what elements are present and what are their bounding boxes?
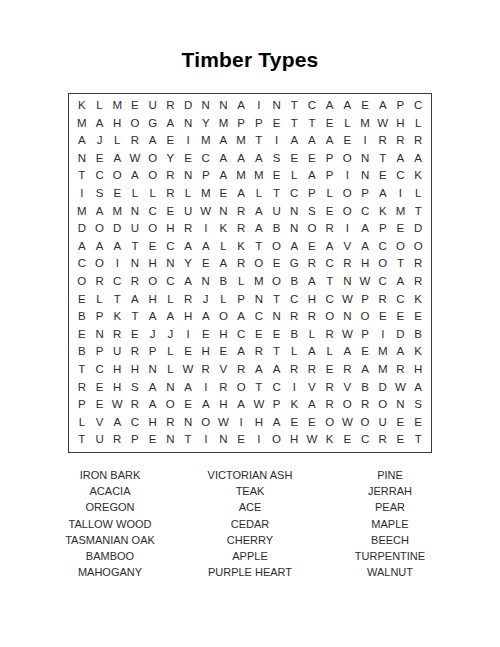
grid-cell-r11c3: C: [108, 273, 126, 291]
grid-cell-r14c20: B: [409, 326, 427, 344]
grid-cell-r7c1: M: [73, 203, 91, 221]
grid-cell-r14c10: C: [232, 326, 250, 344]
grid-cell-r12c16: W: [339, 291, 357, 309]
grid-cell-r4c5: O: [144, 150, 162, 168]
grid-cell-r11c11: M: [250, 273, 268, 291]
grid-cell-r19c3: A: [108, 414, 126, 432]
grid-cell-r11c2: R: [91, 273, 109, 291]
grid-cell-r15c13: L: [285, 343, 303, 361]
grid-cell-r5c16: I: [339, 167, 357, 185]
grid-cell-r6c10: A: [232, 185, 250, 203]
word-item: BEECH: [320, 532, 460, 548]
puzzle-title: Timber Types: [0, 48, 500, 72]
grid-cell-r14c15: R: [321, 326, 339, 344]
grid-cell-r13c5: A: [144, 308, 162, 326]
grid-cell-r2c14: T: [303, 115, 321, 133]
word-item: WALNUT: [320, 564, 460, 580]
grid-cell-r4c1: N: [73, 150, 91, 168]
grid-cell-r7c3: M: [108, 203, 126, 221]
grid-cell-r18c10: A: [232, 396, 250, 414]
grid-cell-r20c12: O: [268, 431, 286, 449]
grid-cell-r12c8: J: [197, 291, 215, 309]
grid-cell-r17c10: O: [232, 379, 250, 397]
grid-cell-r18c5: A: [144, 396, 162, 414]
grid-cell-r13c20: E: [409, 308, 427, 326]
grid-cell-r13c1: B: [73, 308, 91, 326]
grid-cell-r7c17: C: [356, 203, 374, 221]
grid-cell-r10c14: R: [303, 255, 321, 273]
grid-cell-r16c8: R: [197, 361, 215, 379]
grid-cell-r19c4: C: [126, 414, 144, 432]
grid-cell-r3c12: I: [268, 132, 286, 150]
grid-cell-r4c11: A: [250, 150, 268, 168]
grid-cell-r17c17: B: [356, 379, 374, 397]
grid-cell-r10c2: O: [91, 255, 109, 273]
grid-cell-r15c17: E: [356, 343, 374, 361]
grid-cell-r4c9: A: [215, 150, 233, 168]
grid-cell-r18c1: P: [73, 396, 91, 414]
grid-cell-r4c10: A: [232, 150, 250, 168]
grid-cell-r14c12: E: [268, 326, 286, 344]
grid-cell-r13c7: H: [179, 308, 197, 326]
grid-cell-r4c17: N: [356, 150, 374, 168]
grid-cell-r1c19: P: [392, 97, 410, 115]
grid-cell-r8c11: A: [250, 220, 268, 238]
grid-cell-r12c5: H: [144, 291, 162, 309]
grid-cell-r14c16: W: [339, 326, 357, 344]
grid-cell-r7c12: U: [268, 203, 286, 221]
grid-cell-r20c1: T: [73, 431, 91, 449]
grid-cell-r5c4: A: [126, 167, 144, 185]
grid-cell-r14c4: E: [126, 326, 144, 344]
grid-cell-r10c3: I: [108, 255, 126, 273]
grid-cell-r8c13: N: [285, 220, 303, 238]
grid-cell-r3c11: T: [250, 132, 268, 150]
grid-cell-r18c11: W: [250, 396, 268, 414]
grid-cell-r16c6: L: [162, 361, 180, 379]
grid-cell-r8c6: H: [162, 220, 180, 238]
grid-cell-r17c1: R: [73, 379, 91, 397]
grid-cell-r1c13: T: [285, 97, 303, 115]
word-item: BAMBOO: [40, 548, 180, 564]
grid-cell-r20c7: T: [179, 431, 197, 449]
grid-cell-r16c17: A: [356, 361, 374, 379]
word-item: TURPENTINE: [320, 548, 460, 564]
grid-cell-r4c6: Y: [162, 150, 180, 168]
grid-cell-r20c14: W: [303, 431, 321, 449]
grid-cell-r5c15: P: [321, 167, 339, 185]
grid-cell-r5c14: A: [303, 167, 321, 185]
grid-cell-r3c16: E: [339, 132, 357, 150]
grid-cell-r15c8: H: [197, 343, 215, 361]
grid-cell-r14c9: H: [215, 326, 233, 344]
grid-cell-r10c18: O: [374, 255, 392, 273]
grid-cell-r2c1: M: [73, 115, 91, 133]
grid-cell-r12c13: C: [285, 291, 303, 309]
grid-cell-r12c7: R: [179, 291, 197, 309]
grid-cell-r14c7: I: [179, 326, 197, 344]
word-item: ACACIA: [40, 483, 180, 499]
grid-cell-r15c4: R: [126, 343, 144, 361]
grid-cell-r10c16: R: [339, 255, 357, 273]
grid-cell-r20c18: R: [374, 431, 392, 449]
grid-cell-r5c10: M: [232, 167, 250, 185]
grid-cell-r18c6: O: [162, 396, 180, 414]
grid-cell-r13c12: N: [268, 308, 286, 326]
grid-cell-r18c12: P: [268, 396, 286, 414]
grid-cell-r1c9: N: [215, 97, 233, 115]
grid-cell-r3c10: M: [232, 132, 250, 150]
grid-cell-r6c1: I: [73, 185, 91, 203]
grid-cell-r6c19: I: [392, 185, 410, 203]
grid-cell-r6c3: E: [108, 185, 126, 203]
grid-cell-r19c15: O: [321, 414, 339, 432]
word-item: TALLOW WOOD: [40, 516, 180, 532]
word-item: IRON BARK: [40, 467, 180, 483]
grid-cell-r12c20: K: [409, 291, 427, 309]
grid-cell-r10c11: O: [250, 255, 268, 273]
grid-cell-r18c15: R: [321, 396, 339, 414]
grid-cell-r15c10: A: [232, 343, 250, 361]
grid-cell-r9c3: A: [108, 238, 126, 256]
grid-cell-r15c3: U: [108, 343, 126, 361]
grid-cell-r13c14: R: [303, 308, 321, 326]
grid-cell-r16c3: H: [108, 361, 126, 379]
grid-cell-r4c3: A: [108, 150, 126, 168]
grid-cell-r16c13: R: [285, 361, 303, 379]
grid-cell-r5c2: C: [91, 167, 109, 185]
grid-cell-r5c13: L: [285, 167, 303, 185]
grid-cell-r15c18: M: [374, 343, 392, 361]
grid-cell-r11c17: W: [356, 273, 374, 291]
grid-cell-r8c9: K: [215, 220, 233, 238]
word-item: APPLE: [180, 548, 320, 564]
grid-cell-r3c20: R: [409, 132, 427, 150]
letter-grid: KLMEURDNNAINTCAAEAPCMAHOGANYMPPETTELMWHL…: [69, 94, 431, 452]
grid-cell-r9c17: A: [356, 238, 374, 256]
grid-cell-r3c1: A: [73, 132, 91, 150]
grid-cell-r2c13: T: [285, 115, 303, 133]
grid-cell-r6c7: L: [179, 185, 197, 203]
grid-cell-r3c18: R: [374, 132, 392, 150]
grid-cell-r7c15: E: [321, 203, 339, 221]
grid-cell-r9c12: O: [268, 238, 286, 256]
grid-cell-r2c20: L: [409, 115, 427, 133]
grid-cell-r17c7: A: [179, 379, 197, 397]
grid-cell-r11c14: A: [303, 273, 321, 291]
grid-cell-r20c19: E: [392, 431, 410, 449]
grid-cell-r15c20: K: [409, 343, 427, 361]
grid-cell-r20c13: H: [285, 431, 303, 449]
grid-cell-r8c8: I: [197, 220, 215, 238]
grid-cell-r15c16: A: [339, 343, 357, 361]
grid-cell-r17c6: N: [162, 379, 180, 397]
grid-cell-r6c15: L: [321, 185, 339, 203]
grid-cell-r13c8: A: [197, 308, 215, 326]
grid-cell-r16c20: H: [409, 361, 427, 379]
word-item: OREGON: [40, 499, 180, 515]
grid-cell-r9c13: A: [285, 238, 303, 256]
grid-cell-r16c11: A: [250, 361, 268, 379]
grid-cell-r19c6: R: [162, 414, 180, 432]
grid-cell-r19c18: U: [374, 414, 392, 432]
grid-cell-r20c15: K: [321, 431, 339, 449]
grid-cell-r19c12: A: [268, 414, 286, 432]
grid-cell-r20c11: I: [250, 431, 268, 449]
grid-cell-r4c7: E: [179, 150, 197, 168]
grid-cell-r8c5: O: [144, 220, 162, 238]
grid-cell-r8c3: D: [108, 220, 126, 238]
grid-cell-r11c19: A: [392, 273, 410, 291]
grid-cell-r14c1: E: [73, 326, 91, 344]
grid-cell-r9c2: A: [91, 238, 109, 256]
grid-cell-r1c20: C: [409, 97, 427, 115]
grid-cell-r1c18: A: [374, 97, 392, 115]
grid-cell-r2c11: P: [250, 115, 268, 133]
grid-cell-r19c8: O: [197, 414, 215, 432]
grid-cell-r17c20: A: [409, 379, 427, 397]
grid-cell-r17c11: T: [250, 379, 268, 397]
grid-cell-r15c7: E: [179, 343, 197, 361]
grid-cell-r6c5: L: [144, 185, 162, 203]
grid-cell-r11c16: N: [339, 273, 357, 291]
grid-cell-r17c3: H: [108, 379, 126, 397]
grid-cell-r17c18: D: [374, 379, 392, 397]
grid-cell-r11c20: R: [409, 273, 427, 291]
grid-cell-r7c9: N: [215, 203, 233, 221]
grid-cell-r9c7: A: [179, 238, 197, 256]
grid-cell-r12c18: R: [374, 291, 392, 309]
grid-cell-r11c10: L: [232, 273, 250, 291]
grid-cell-r2c18: W: [374, 115, 392, 133]
grid-cell-r7c19: M: [392, 203, 410, 221]
grid-cell-r7c13: N: [285, 203, 303, 221]
grid-cell-r12c17: P: [356, 291, 374, 309]
grid-cell-r6c11: L: [250, 185, 268, 203]
grid-cell-r7c7: U: [179, 203, 197, 221]
grid-cell-r20c8: I: [197, 431, 215, 449]
grid-cell-r8c20: D: [409, 220, 427, 238]
grid-cell-r7c10: R: [232, 203, 250, 221]
word-item: MAPLE: [320, 516, 460, 532]
grid-cell-r16c4: H: [126, 361, 144, 379]
grid-cell-r16c9: V: [215, 361, 233, 379]
grid-cell-r14c6: J: [162, 326, 180, 344]
grid-cell-r1c12: N: [268, 97, 286, 115]
grid-cell-r16c12: A: [268, 361, 286, 379]
grid-cell-r3c7: I: [179, 132, 197, 150]
grid-cell-r11c9: B: [215, 273, 233, 291]
grid-cell-r9c1: A: [73, 238, 91, 256]
grid-cell-r13c19: E: [392, 308, 410, 326]
grid-cell-r1c2: L: [91, 97, 109, 115]
grid-cell-r5c6: R: [162, 167, 180, 185]
grid-cell-r9c19: O: [392, 238, 410, 256]
grid-cell-r4c8: C: [197, 150, 215, 168]
grid-cell-r4c12: S: [268, 150, 286, 168]
grid-cell-r2c2: A: [91, 115, 109, 133]
grid-cell-r18c17: R: [356, 396, 374, 414]
grid-cell-r13c17: O: [356, 308, 374, 326]
grid-cell-r11c5: O: [144, 273, 162, 291]
grid-cell-r8c1: D: [73, 220, 91, 238]
grid-cell-r12c6: L: [162, 291, 180, 309]
grid-cell-r17c12: C: [268, 379, 286, 397]
word-item: TASMANIAN OAK: [40, 532, 180, 548]
grid-cell-r9c10: K: [232, 238, 250, 256]
grid-cell-r10c13: G: [285, 255, 303, 273]
grid-cell-r5c5: O: [144, 167, 162, 185]
grid-cell-r8c2: O: [91, 220, 109, 238]
grid-cell-r18c7: E: [179, 396, 197, 414]
grid-cell-r17c9: R: [215, 379, 233, 397]
grid-cell-r4c14: E: [303, 150, 321, 168]
grid-cell-r2c17: M: [356, 115, 374, 133]
grid-cell-r11c13: B: [285, 273, 303, 291]
letter-grid-border: KLMEURDNNAINTCAAEAPCMAHOGANYMPPETTELMWHL…: [68, 93, 432, 453]
grid-cell-r8c14: O: [303, 220, 321, 238]
grid-cell-r20c6: N: [162, 431, 180, 449]
grid-cell-r8c15: R: [321, 220, 339, 238]
grid-cell-r14c17: P: [356, 326, 374, 344]
grid-cell-r11c18: C: [374, 273, 392, 291]
grid-cell-r17c19: W: [392, 379, 410, 397]
grid-cell-r6c6: R: [162, 185, 180, 203]
grid-cell-r3c13: A: [285, 132, 303, 150]
grid-cell-r6c14: P: [303, 185, 321, 203]
grid-cell-r5c17: N: [356, 167, 374, 185]
grid-cell-r11c6: C: [162, 273, 180, 291]
grid-cell-r3c9: A: [215, 132, 233, 150]
grid-cell-r16c2: C: [91, 361, 109, 379]
grid-cell-r10c19: T: [392, 255, 410, 273]
grid-cell-r5c3: O: [108, 167, 126, 185]
grid-cell-r9c16: V: [339, 238, 357, 256]
grid-cell-r17c16: V: [339, 379, 357, 397]
grid-cell-r9c5: E: [144, 238, 162, 256]
grid-cell-r14c3: R: [108, 326, 126, 344]
grid-cell-r2c15: E: [321, 115, 339, 133]
grid-cell-r1c17: E: [356, 97, 374, 115]
grid-cell-r4c20: A: [409, 150, 427, 168]
grid-cell-r20c10: E: [232, 431, 250, 449]
grid-cell-r20c4: P: [126, 431, 144, 449]
grid-cell-r18c4: R: [126, 396, 144, 414]
grid-cell-r11c1: O: [73, 273, 91, 291]
grid-cell-r7c8: W: [197, 203, 215, 221]
grid-cell-r6c13: C: [285, 185, 303, 203]
grid-cell-r11c12: O: [268, 273, 286, 291]
word-item: VICTORIAN ASH: [180, 467, 320, 483]
grid-cell-r15c12: T: [268, 343, 286, 361]
grid-cell-r19c19: E: [392, 414, 410, 432]
grid-cell-r2c16: L: [339, 115, 357, 133]
grid-cell-r2c9: M: [215, 115, 233, 133]
word-list-column-3: PINEJERRAHPEARMAPLEBEECHTURPENTINEWALNUT: [320, 467, 460, 580]
grid-cell-r2c3: H: [108, 115, 126, 133]
grid-cell-r19c10: I: [232, 414, 250, 432]
grid-cell-r11c4: R: [126, 273, 144, 291]
grid-cell-r6c12: T: [268, 185, 286, 203]
grid-cell-r3c3: L: [108, 132, 126, 150]
grid-cell-r10c5: H: [144, 255, 162, 273]
word-item: PURPLE HEART: [180, 564, 320, 580]
grid-cell-r15c1: B: [73, 343, 91, 361]
grid-cell-r10c17: H: [356, 255, 374, 273]
grid-cell-r19c1: L: [73, 414, 91, 432]
grid-cell-r9c20: O: [409, 238, 427, 256]
grid-cell-r9c8: A: [197, 238, 215, 256]
grid-cell-r4c19: A: [392, 150, 410, 168]
grid-cell-r14c2: N: [91, 326, 109, 344]
grid-cell-r13c16: N: [339, 308, 357, 326]
grid-cell-r9c15: A: [321, 238, 339, 256]
grid-cell-r3c4: R: [126, 132, 144, 150]
grid-cell-r16c10: R: [232, 361, 250, 379]
grid-cell-r13c6: A: [162, 308, 180, 326]
grid-cell-r12c4: A: [126, 291, 144, 309]
grid-cell-r5c8: P: [197, 167, 215, 185]
grid-cell-r14c8: E: [197, 326, 215, 344]
grid-cell-r10c10: R: [232, 255, 250, 273]
grid-cell-r3c17: I: [356, 132, 374, 150]
grid-cell-r12c2: L: [91, 291, 109, 309]
grid-cell-r3c8: M: [197, 132, 215, 150]
grid-cell-r3c15: A: [321, 132, 339, 150]
word-list: IRON BARKACACIAOREGONTALLOW WOODTASMANIA…: [40, 467, 460, 580]
grid-cell-r19c20: E: [409, 414, 427, 432]
grid-cell-r5c11: M: [250, 167, 268, 185]
grid-cell-r4c15: P: [321, 150, 339, 168]
grid-cell-r17c2: E: [91, 379, 109, 397]
grid-cell-r20c17: C: [356, 431, 374, 449]
grid-cell-r19c13: E: [285, 414, 303, 432]
grid-cell-r16c7: W: [179, 361, 197, 379]
grid-cell-r2c4: O: [126, 115, 144, 133]
grid-cell-r18c20: S: [409, 396, 427, 414]
grid-cell-r20c3: R: [108, 431, 126, 449]
grid-cell-r4c16: O: [339, 150, 357, 168]
grid-cell-r16c19: R: [392, 361, 410, 379]
grid-cell-r5c1: T: [73, 167, 91, 185]
grid-cell-r1c14: C: [303, 97, 321, 115]
grid-cell-r14c11: E: [250, 326, 268, 344]
grid-cell-r12c1: E: [73, 291, 91, 309]
grid-cell-r1c3: M: [108, 97, 126, 115]
grid-cell-r11c8: N: [197, 273, 215, 291]
grid-cell-r10c4: N: [126, 255, 144, 273]
grid-cell-r19c5: H: [144, 414, 162, 432]
word-item: MAHOGANY: [40, 564, 180, 580]
grid-cell-r2c19: H: [392, 115, 410, 133]
grid-cell-r15c2: P: [91, 343, 109, 361]
grid-cell-r16c1: T: [73, 361, 91, 379]
grid-cell-r1c1: K: [73, 97, 91, 115]
grid-cell-r5c20: K: [409, 167, 427, 185]
grid-cell-r18c2: E: [91, 396, 109, 414]
grid-cell-r18c13: K: [285, 396, 303, 414]
grid-cell-r5c18: E: [374, 167, 392, 185]
grid-cell-r6c16: O: [339, 185, 357, 203]
grid-cell-r15c6: L: [162, 343, 180, 361]
grid-cell-r19c9: W: [215, 414, 233, 432]
word-item: CEDAR: [180, 516, 320, 532]
grid-cell-r15c15: L: [321, 343, 339, 361]
word-list-column-1: IRON BARKACACIAOREGONTALLOW WOODTASMANIA…: [40, 467, 180, 580]
grid-cell-r20c2: U: [91, 431, 109, 449]
grid-cell-r7c11: A: [250, 203, 268, 221]
grid-cell-r7c20: T: [409, 203, 427, 221]
